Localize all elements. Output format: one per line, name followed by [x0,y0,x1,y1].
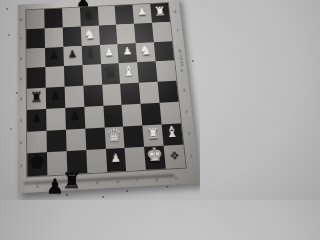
piece-white-pawn: ♟ [104,47,114,57]
square-h2: ♝ [162,123,183,146]
square-a1: ♚ [27,152,47,176]
square-h8: ♜ [150,3,170,23]
square-f1 [125,147,146,171]
square-g5 [137,61,157,82]
square-c2 [66,128,86,151]
rank-label-2: 2 [20,140,23,145]
square-f5: ♝ [119,62,139,83]
square-g8: ♟ [133,4,152,24]
square-h3 [160,101,181,123]
square-f6: ♟ [118,43,138,64]
piece-black-king: ♚ [29,152,46,172]
square-d3 [84,106,104,129]
piece-white-knight: ♞ [139,44,152,57]
square-f8 [115,5,134,25]
piece-black-bishop: ♝ [84,46,98,60]
square-e2: ♛ [104,126,125,149]
square-d1 [86,149,107,173]
square-f4 [120,83,140,105]
square-e1: ♟ [105,148,126,172]
piece-black-queen: ♛ [102,63,118,80]
square-a8 [26,9,44,29]
piece-white-bishop: ♝ [165,124,180,140]
piece-black-pawn: ♟ [32,113,42,124]
offboard-black-piece-top: ♟ [76,0,90,9]
square-c7 [62,26,81,46]
square-g7 [134,23,154,43]
square-e8 [97,6,116,26]
square-b5 [45,66,64,87]
piece-white-knight: ♞ [84,27,97,40]
square-h4 [158,81,179,103]
square-d7: ♞ [80,25,99,45]
square-a7 [26,28,44,48]
board-mat: ♞♟♜♞♟♟♝♟♟♞♛♝♜♟♟♟♛♜♝♚♟♚❖ abcdefgh 8765432… [18,0,200,193]
square-b4: ♟ [46,87,65,109]
piece-white-pawn: ♟ [122,46,132,56]
square-h1: ❖ [164,145,186,169]
rank-label-2: 2 [187,131,190,136]
square-h7 [152,22,172,42]
piece-white-king: ♚ [146,145,164,165]
rank-label-7: 7 [20,37,22,42]
piece-white-pawn: ♟ [110,152,121,164]
square-c8 [62,7,81,27]
square-g4 [139,82,160,104]
square-a6 [27,47,46,68]
square-b6: ♟ [45,46,64,67]
rank-label-8: 8 [20,18,22,22]
piece-white-queen: ♛ [106,126,123,144]
square-d2 [85,127,105,150]
brand-text: CHESS [178,51,185,68]
square-f2 [123,125,144,148]
board-logo-icon: ❖ [169,150,180,162]
rank-label-3: 3 [185,109,188,114]
square-c5 [64,65,83,86]
square-g1: ♚ [144,146,166,170]
rank-label-4: 4 [20,97,23,102]
square-g3 [141,103,162,125]
square-b7 [44,27,63,47]
rank-label-5: 5 [20,76,23,81]
piece-black-pawn: ♟ [49,50,59,61]
chessboard-photo: { "game": "chess", "scene_type": "overhe… [0,0,200,200]
rank-label-3: 3 [20,118,23,123]
rank-label-1: 1 [20,163,23,168]
square-e4 [102,84,122,106]
piece-black-pawn: ♟ [50,91,60,102]
square-a5 [27,67,46,88]
square-d6: ♝ [81,45,100,66]
piece-black-rook: ♜ [30,90,43,104]
square-c6: ♟ [63,46,82,67]
piece-white-rook: ♜ [146,126,160,141]
square-b3 [46,108,66,131]
rank-label-1: 1 [190,153,193,158]
square-h5 [156,60,177,81]
square-c4 [64,86,84,108]
square-c3: ♟ [65,107,85,130]
rank-label-7: 7 [176,29,179,34]
piece-white-bishop: ♝ [122,64,136,79]
square-b2 [46,129,66,152]
square-a3: ♟ [27,109,46,132]
captured-black-rook: ♜ [62,170,82,192]
square-b8 [44,8,62,28]
rank-labels-left: 87654321 [20,10,23,176]
piece-white-rook: ♜ [153,5,166,18]
square-d4 [83,85,103,107]
square-e5: ♛ [101,63,121,84]
piece-black-pawn: ♟ [70,111,80,122]
square-f7 [116,23,135,43]
file-label-h: h [175,175,178,181]
square-e7 [98,24,117,44]
piece-black-pawn: ♟ [68,49,78,60]
rank-label-8: 8 [174,10,177,14]
square-d5 [82,64,102,85]
square-f3 [122,104,143,126]
piece-black-knight: ♞ [83,8,95,21]
square-g6: ♞ [136,42,156,63]
rank-label-5: 5 [180,68,183,73]
rank-label-6: 6 [20,56,22,61]
chess-board: ♞♟♜♞♟♟♝♟♟♞♛♝♜♟♟♟♛♜♝♚♟♚❖ [26,3,185,176]
square-a4: ♜ [27,88,46,110]
square-h6 [154,41,174,62]
table-speckles [6,8,8,10]
piece-white-pawn: ♟ [137,7,147,17]
rank-label-4: 4 [183,88,186,93]
